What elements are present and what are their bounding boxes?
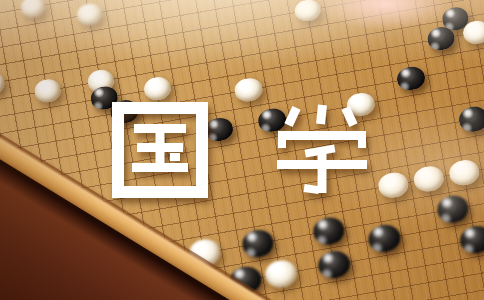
stone-white bbox=[0, 70, 6, 96]
stone-black bbox=[367, 223, 403, 255]
stone-white bbox=[33, 77, 63, 104]
stone-white bbox=[412, 164, 446, 195]
stone-white bbox=[293, 0, 322, 23]
stone-white bbox=[263, 258, 299, 290]
stone-black bbox=[316, 249, 352, 281]
stone-white bbox=[75, 2, 103, 27]
stone-white bbox=[447, 157, 481, 188]
stone-black bbox=[311, 215, 346, 246]
stone-black bbox=[435, 194, 470, 225]
stone-white bbox=[376, 170, 410, 201]
stone-black bbox=[395, 64, 426, 92]
stone-white bbox=[142, 75, 173, 102]
stone-white bbox=[19, 0, 47, 19]
stone-black bbox=[457, 105, 484, 134]
stone-white bbox=[345, 90, 377, 118]
stone-white bbox=[233, 76, 264, 104]
stone-black bbox=[240, 228, 275, 259]
stone-black bbox=[256, 106, 288, 134]
go-board-photo: 国学 bbox=[0, 0, 484, 300]
stone-black bbox=[458, 224, 484, 256]
stone-black bbox=[203, 115, 235, 143]
